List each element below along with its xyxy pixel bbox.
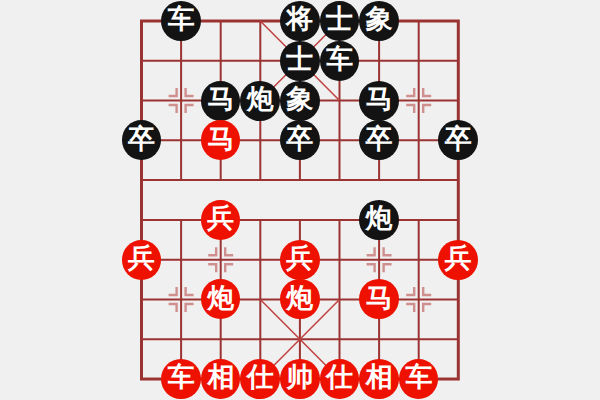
board-point[interactable]: 车 [161,1,201,41]
board-point[interactable] [201,240,241,280]
board-point[interactable] [240,240,280,280]
xiangqi-board: 车将士象士车马炮象马卒马卒卒卒兵炮兵兵兵炮炮马车相仕帅仕相车 [0,0,600,400]
board-point[interactable] [438,41,478,81]
board-point[interactable]: 兵 [438,240,478,280]
piece-red-chariot[interactable]: 车 [399,359,439,399]
piece-red-soldier[interactable]: 兵 [438,240,478,280]
board-point[interactable]: 马 [201,120,241,160]
board-point[interactable] [161,41,201,81]
board-point[interactable] [122,319,162,359]
board-point[interactable] [399,160,439,200]
board-point[interactable] [280,319,320,359]
piece-red-elephant[interactable]: 相 [201,359,241,399]
board-grid: 车将士象士车马炮象马卒马卒卒卒兵炮兵兵兵炮炮马车相仕帅仕相车 [122,1,478,399]
board-point[interactable] [399,41,439,81]
board-point[interactable]: 卒 [280,120,320,160]
board-point[interactable]: 卒 [122,120,162,160]
board-point[interactable] [240,279,280,319]
piece-red-soldier[interactable]: 兵 [122,240,162,280]
board-point[interactable] [280,200,320,240]
board-point[interactable]: 车 [320,41,360,81]
board-point[interactable] [240,200,280,240]
piece-black-horse[interactable]: 马 [201,81,241,121]
board-point[interactable] [122,279,162,319]
board-point[interactable] [399,279,439,319]
board-point[interactable] [122,160,162,200]
piece-black-horse[interactable]: 马 [359,81,399,121]
piece-black-soldier[interactable]: 卒 [359,120,399,160]
board-point[interactable]: 兵 [280,240,320,280]
piece-black-chariot[interactable]: 车 [320,41,360,81]
piece-red-cannon[interactable]: 炮 [280,279,320,319]
board-point[interactable]: 炮 [201,279,241,319]
piece-black-soldier[interactable]: 卒 [122,120,162,160]
piece-red-chariot[interactable]: 车 [161,359,201,399]
board-point[interactable] [161,120,201,160]
board-point[interactable] [438,359,478,399]
piece-red-horse[interactable]: 马 [201,120,241,160]
board-point[interactable]: 马 [359,81,399,121]
board-point[interactable]: 象 [280,81,320,121]
board-point[interactable] [201,41,241,81]
board-point[interactable] [438,1,478,41]
board-point[interactable]: 仕 [240,359,280,399]
board-point[interactable] [122,359,162,399]
board-point[interactable]: 士 [280,41,320,81]
board-point[interactable] [438,279,478,319]
board-point[interactable]: 士 [320,1,360,41]
piece-black-chariot[interactable]: 车 [161,1,201,41]
piece-red-elephant[interactable]: 相 [359,359,399,399]
board-point[interactable]: 车 [399,359,439,399]
board-point[interactable] [359,319,399,359]
board-point[interactable]: 相 [359,359,399,399]
board-point[interactable] [320,319,360,359]
board-point[interactable] [201,319,241,359]
board-point[interactable]: 马 [359,279,399,319]
board-point[interactable] [320,120,360,160]
board-point[interactable] [359,41,399,81]
board-point[interactable] [161,279,201,319]
board-point[interactable] [201,1,241,41]
piece-black-elephant[interactable]: 象 [280,81,320,121]
board-point[interactable] [399,240,439,280]
board-point[interactable] [399,81,439,121]
board-point[interactable] [359,240,399,280]
board-point[interactable]: 炮 [359,200,399,240]
board-point[interactable]: 兵 [122,240,162,280]
board-point[interactable] [438,81,478,121]
piece-red-soldier[interactable]: 兵 [201,200,241,240]
piece-red-cannon[interactable]: 炮 [201,279,241,319]
piece-black-advisor[interactable]: 士 [280,41,320,81]
board-point[interactable] [399,1,439,41]
board-point[interactable] [320,81,360,121]
board-point[interactable]: 炮 [240,81,280,121]
piece-black-elephant[interactable]: 象 [359,1,399,41]
piece-black-cannon[interactable]: 炮 [359,200,399,240]
board-point[interactable] [122,1,162,41]
board-point[interactable]: 将 [280,1,320,41]
board-point[interactable] [359,160,399,200]
board-point[interactable] [240,1,280,41]
board-point[interactable]: 象 [359,1,399,41]
board-point[interactable]: 卒 [438,120,478,160]
board-point[interactable] [161,160,201,200]
board-point[interactable] [201,160,241,200]
board-point[interactable]: 马 [201,81,241,121]
board-point[interactable] [320,160,360,200]
board-point[interactable]: 车 [161,359,201,399]
piece-red-advisor[interactable]: 仕 [320,359,360,399]
piece-black-advisor[interactable]: 士 [320,1,360,41]
board-point[interactable] [240,120,280,160]
board-point[interactable] [399,120,439,160]
board-point[interactable] [320,240,360,280]
board-point[interactable] [320,279,360,319]
board-point[interactable] [161,200,201,240]
piece-black-soldier[interactable]: 卒 [280,120,320,160]
board-point[interactable] [280,160,320,200]
board-point[interactable] [320,200,360,240]
board-point[interactable]: 相 [201,359,241,399]
board-point[interactable]: 兵 [201,200,241,240]
board-point[interactable] [122,81,162,121]
board-point[interactable]: 炮 [280,279,320,319]
board-point[interactable]: 帅 [280,359,320,399]
board-point[interactable]: 卒 [359,120,399,160]
board-point[interactable] [122,41,162,81]
board-point[interactable] [438,160,478,200]
board-point[interactable]: 仕 [320,359,360,399]
board-point[interactable] [438,200,478,240]
board-point[interactable] [161,319,201,359]
board-point[interactable] [122,200,162,240]
board-point[interactable] [399,200,439,240]
board-point[interactable] [438,319,478,359]
board-point[interactable] [240,319,280,359]
piece-red-general[interactable]: 帅 [280,359,320,399]
piece-black-soldier[interactable]: 卒 [438,120,478,160]
piece-black-general[interactable]: 将 [280,1,320,41]
board-point[interactable] [161,240,201,280]
piece-black-cannon[interactable]: 炮 [240,81,280,121]
board-point[interactable] [399,319,439,359]
piece-red-soldier[interactable]: 兵 [280,240,320,280]
board-point[interactable] [161,81,201,121]
piece-red-horse[interactable]: 马 [359,279,399,319]
board-point[interactable] [240,41,280,81]
piece-red-advisor[interactable]: 仕 [240,359,280,399]
board-point[interactable] [240,160,280,200]
